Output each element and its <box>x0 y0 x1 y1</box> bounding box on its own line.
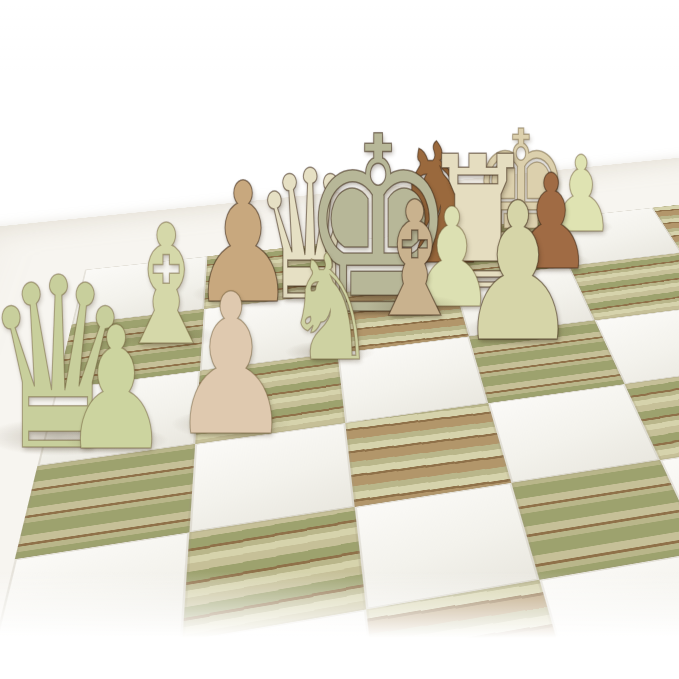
background-fade-top <box>0 0 679 70</box>
product-photo-chess-set: ♟♚♞♟♜♛♟♚♟♝♟♝♞♟♛♟ <box>0 0 679 679</box>
background-fade-bottom <box>0 571 679 679</box>
